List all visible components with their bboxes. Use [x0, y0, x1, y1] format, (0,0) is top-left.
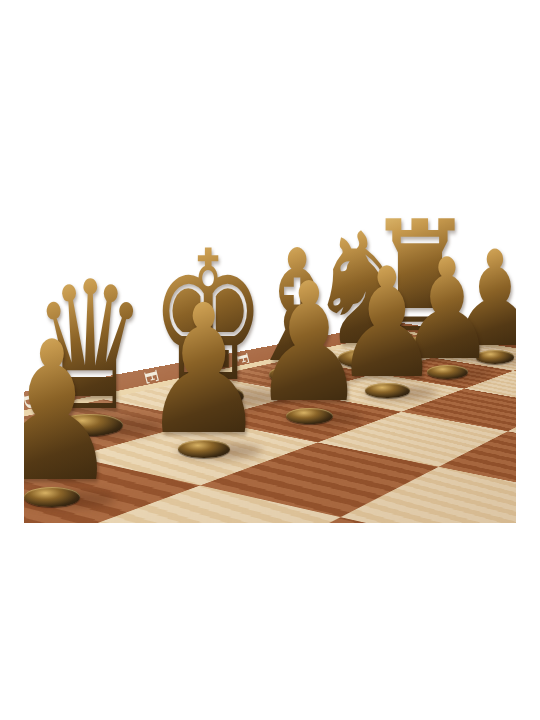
chessboard-photo: DEFGH8 ♛♚♝♞♜♟♟♟♟♟♟ — [24, 0, 516, 523]
black-pawn-glyph: ♟ — [24, 316, 119, 509]
black-pawn-glyph: ♟ — [252, 261, 367, 425]
photo-inner: DEFGH8 ♛♚♝♞♜♟♟♟♟♟♟ — [24, 0, 516, 523]
black-pawn-glyph: ♟ — [141, 281, 266, 460]
product-photo-page: DEFGH8 ♛♚♝♞♜♟♟♟♟♟♟ — [0, 0, 540, 720]
